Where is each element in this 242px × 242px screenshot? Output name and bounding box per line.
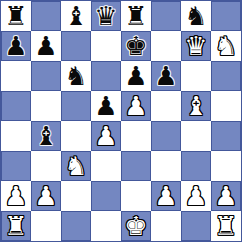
- square-b5[interactable]: [31, 91, 61, 121]
- square-g1[interactable]: [181, 211, 211, 241]
- square-a6[interactable]: [1, 61, 31, 91]
- square-e4[interactable]: [121, 121, 151, 151]
- square-a2[interactable]: ♟: [1, 181, 31, 211]
- square-d1[interactable]: [91, 211, 121, 241]
- square-e1[interactable]: ♚: [121, 211, 151, 241]
- square-d3[interactable]: [91, 151, 121, 181]
- square-g6[interactable]: [181, 61, 211, 91]
- square-d2[interactable]: [91, 181, 121, 211]
- piece-white-rook: ♜: [214, 211, 237, 241]
- piece-black-rook: ♜: [124, 1, 147, 31]
- square-b1[interactable]: [31, 211, 61, 241]
- square-g2[interactable]: ♟: [181, 181, 211, 211]
- piece-black-bishop: ♝: [64, 1, 87, 31]
- square-a1[interactable]: ♜: [1, 211, 31, 241]
- square-d7[interactable]: [91, 31, 121, 61]
- square-f6[interactable]: ♟: [151, 61, 181, 91]
- square-a3[interactable]: [1, 151, 31, 181]
- piece-white-pawn: ♟: [4, 181, 27, 211]
- piece-white-rook: ♜: [4, 211, 27, 241]
- piece-white-pawn: ♟: [154, 181, 177, 211]
- piece-black-knight: ♞: [184, 1, 207, 31]
- square-f3[interactable]: [151, 151, 181, 181]
- square-g5[interactable]: ♝: [181, 91, 211, 121]
- piece-black-queen: ♛: [94, 1, 117, 31]
- square-a7[interactable]: ♟: [1, 31, 31, 61]
- piece-black-rook: ♜: [4, 1, 27, 31]
- square-e7[interactable]: ♚: [121, 31, 151, 61]
- square-c4[interactable]: [61, 121, 91, 151]
- piece-black-pawn: ♟: [154, 61, 177, 91]
- square-f2[interactable]: ♟: [151, 181, 181, 211]
- piece-white-pawn: ♟: [124, 91, 147, 121]
- piece-black-pawn: ♟: [94, 91, 117, 121]
- piece-black-pawn: ♟: [34, 31, 57, 61]
- square-b2[interactable]: ♟: [31, 181, 61, 211]
- square-e8[interactable]: ♜: [121, 1, 151, 31]
- square-b6[interactable]: [31, 61, 61, 91]
- piece-white-queen: ♛: [184, 31, 207, 61]
- square-d4[interactable]: ♟: [91, 121, 121, 151]
- square-c7[interactable]: [61, 31, 91, 61]
- square-h1[interactable]: ♜: [211, 211, 241, 241]
- piece-white-knight: ♞: [214, 31, 237, 61]
- square-h8[interactable]: [211, 1, 241, 31]
- square-f5[interactable]: [151, 91, 181, 121]
- square-c5[interactable]: [61, 91, 91, 121]
- square-b8[interactable]: [31, 1, 61, 31]
- square-f8[interactable]: [151, 1, 181, 31]
- square-g4[interactable]: [181, 121, 211, 151]
- square-h2[interactable]: ♟: [211, 181, 241, 211]
- piece-black-knight: ♞: [64, 61, 87, 91]
- square-d6[interactable]: [91, 61, 121, 91]
- square-g7[interactable]: ♛: [181, 31, 211, 61]
- square-d8[interactable]: ♛: [91, 1, 121, 31]
- square-h4[interactable]: [211, 121, 241, 151]
- square-f4[interactable]: [151, 121, 181, 151]
- square-d5[interactable]: ♟: [91, 91, 121, 121]
- square-c6[interactable]: ♞: [61, 61, 91, 91]
- piece-black-pawn: ♟: [124, 61, 147, 91]
- square-h7[interactable]: ♞: [211, 31, 241, 61]
- piece-white-pawn: ♟: [214, 181, 237, 211]
- piece-white-pawn: ♟: [184, 181, 207, 211]
- square-e2[interactable]: [121, 181, 151, 211]
- square-c1[interactable]: [61, 211, 91, 241]
- square-b4[interactable]: ♝: [31, 121, 61, 151]
- piece-white-pawn: ♟: [34, 181, 57, 211]
- square-f7[interactable]: [151, 31, 181, 61]
- square-a8[interactable]: ♜: [1, 1, 31, 31]
- square-g3[interactable]: [181, 151, 211, 181]
- piece-white-pawn: ♟: [94, 121, 117, 151]
- square-h5[interactable]: [211, 91, 241, 121]
- piece-white-knight: ♞: [64, 151, 87, 181]
- square-b3[interactable]: [31, 151, 61, 181]
- piece-white-bishop: ♝: [184, 91, 207, 121]
- square-h3[interactable]: [211, 151, 241, 181]
- square-f1[interactable]: [151, 211, 181, 241]
- square-e3[interactable]: [121, 151, 151, 181]
- square-c8[interactable]: ♝: [61, 1, 91, 31]
- square-c3[interactable]: ♞: [61, 151, 91, 181]
- square-e5[interactable]: ♟: [121, 91, 151, 121]
- piece-white-king: ♚: [124, 211, 147, 241]
- square-h6[interactable]: [211, 61, 241, 91]
- square-b7[interactable]: ♟: [31, 31, 61, 61]
- square-g8[interactable]: ♞: [181, 1, 211, 31]
- piece-black-king: ♚: [124, 31, 147, 61]
- square-e6[interactable]: ♟: [121, 61, 151, 91]
- square-a4[interactable]: [1, 121, 31, 151]
- piece-black-pawn: ♟: [4, 31, 27, 61]
- piece-black-bishop: ♝: [34, 121, 57, 151]
- square-a5[interactable]: [1, 91, 31, 121]
- chess-board: ♜♝♛♜♞♟♟♚♛♞♞♟♟♟♟♝♝♟♞♟♟♟♟♟♜♚♜: [0, 0, 242, 242]
- square-c2[interactable]: [61, 181, 91, 211]
